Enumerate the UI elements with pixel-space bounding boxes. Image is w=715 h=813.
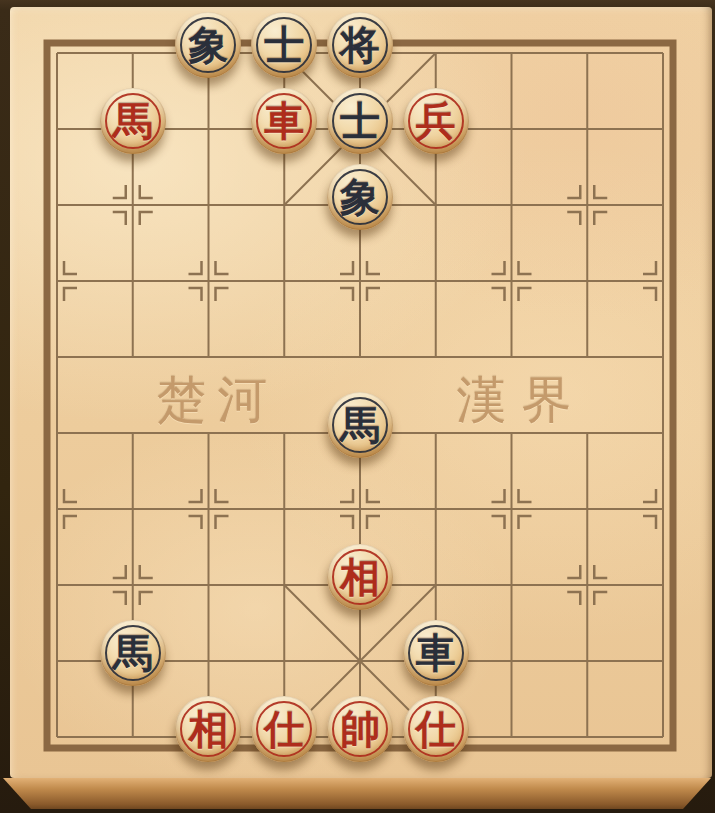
piece-glyph: 仕: [264, 709, 304, 749]
piece-glyph: 馬: [113, 633, 153, 673]
piece-black-horse[interactable]: 馬: [327, 392, 393, 458]
piece-glyph: 兵: [416, 101, 456, 141]
piece-glyph: 象: [340, 177, 380, 217]
piece-glyph: 相: [340, 557, 380, 597]
piece-black-advisor[interactable]: 士: [327, 88, 393, 154]
piece-glyph: 車: [416, 633, 456, 673]
piece-black-chariot[interactable]: 車: [403, 620, 469, 686]
piece-red-horse[interactable]: 馬: [100, 88, 166, 154]
piece-glyph: 将: [340, 25, 380, 65]
piece-black-advisor[interactable]: 士: [251, 12, 317, 78]
piece-red-soldier[interactable]: 兵: [403, 88, 469, 154]
piece-glyph: 車: [264, 101, 304, 141]
piece-black-elephant[interactable]: 象: [327, 164, 393, 230]
piece-red-elephant[interactable]: 相: [327, 544, 393, 610]
piece-glyph: 馬: [113, 101, 153, 141]
piece-glyph: 象: [188, 25, 228, 65]
piece-red-general[interactable]: 帥: [327, 696, 393, 762]
piece-glyph: 士: [264, 25, 304, 65]
piece-black-general[interactable]: 将: [327, 12, 393, 78]
piece-red-advisor[interactable]: 仕: [251, 696, 317, 762]
piece-black-elephant[interactable]: 象: [175, 12, 241, 78]
piece-glyph: 帥: [340, 709, 380, 749]
piece-black-horse[interactable]: 馬: [100, 620, 166, 686]
piece-glyph: 士: [340, 101, 380, 141]
xiangqi-board: 楚河 漢界 象士将馬車士兵象馬相馬車相仕帥仕: [0, 0, 715, 813]
piece-glyph: 仕: [416, 709, 456, 749]
piece-red-advisor[interactable]: 仕: [403, 696, 469, 762]
piece-red-chariot[interactable]: 車: [251, 88, 317, 154]
piece-glyph: 相: [188, 709, 228, 749]
pieces-grid: 象士将馬車士兵象馬相馬車相仕帥仕: [19, 15, 701, 775]
piece-red-elephant[interactable]: 相: [175, 696, 241, 762]
piece-glyph: 馬: [340, 405, 380, 445]
